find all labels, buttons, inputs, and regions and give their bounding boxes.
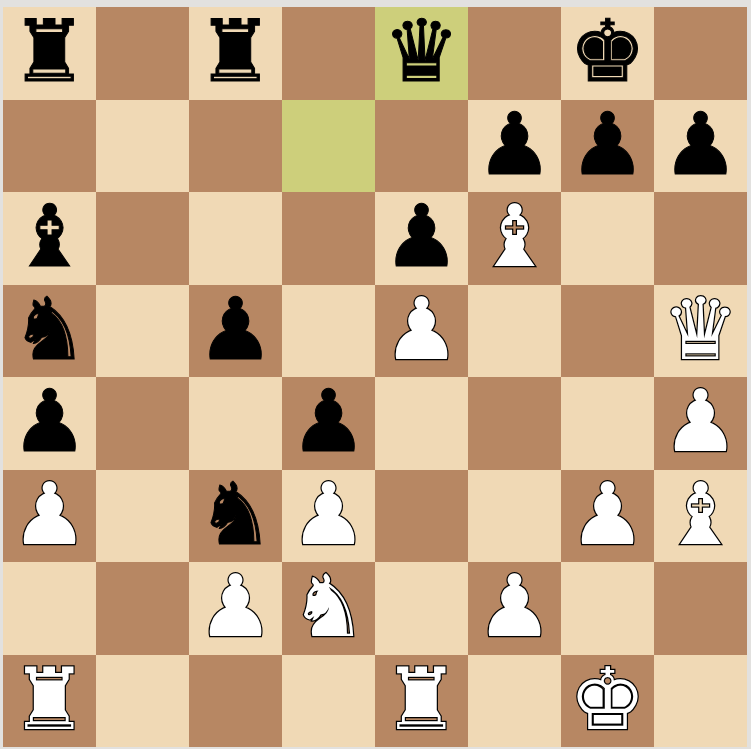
square-d6[interactable] [282, 192, 375, 285]
square-g3[interactable]: ♟ [561, 470, 654, 563]
square-b4[interactable] [96, 377, 189, 470]
square-g4[interactable] [561, 377, 654, 470]
square-g6[interactable] [561, 192, 654, 285]
square-b2[interactable] [96, 562, 189, 655]
black-pawn[interactable]: ♟ [662, 101, 739, 187]
white-rook[interactable]: ♜ [383, 656, 460, 742]
square-f2[interactable]: ♟ [468, 562, 561, 655]
white-pawn[interactable]: ♟ [662, 378, 739, 464]
square-g2[interactable] [561, 562, 654, 655]
square-b3[interactable] [96, 470, 189, 563]
square-g5[interactable] [561, 285, 654, 378]
square-h5[interactable]: ♛ [654, 285, 747, 378]
white-pawn[interactable]: ♟ [290, 471, 367, 557]
square-c4[interactable] [189, 377, 282, 470]
square-c8[interactable]: ♜ [189, 7, 282, 100]
black-bishop[interactable]: ♝ [11, 193, 88, 279]
black-queen[interactable]: ♛ [383, 8, 460, 94]
square-h6[interactable] [654, 192, 747, 285]
square-h2[interactable] [654, 562, 747, 655]
black-pawn[interactable]: ♟ [290, 378, 367, 464]
square-d1[interactable] [282, 655, 375, 748]
square-d2[interactable]: ♞ [282, 562, 375, 655]
square-g8[interactable]: ♚ [561, 7, 654, 100]
white-knight[interactable]: ♞ [290, 563, 367, 649]
black-knight[interactable]: ♞ [197, 471, 274, 557]
white-pawn[interactable]: ♟ [476, 563, 553, 649]
square-d5[interactable] [282, 285, 375, 378]
square-h7[interactable]: ♟ [654, 100, 747, 193]
white-pawn[interactable]: ♟ [197, 563, 274, 649]
black-rook[interactable]: ♜ [197, 8, 274, 94]
white-pawn[interactable]: ♟ [383, 286, 460, 372]
square-g1[interactable]: ♚ [561, 655, 654, 748]
black-pawn[interactable]: ♟ [197, 286, 274, 372]
square-c5[interactable]: ♟ [189, 285, 282, 378]
square-g7[interactable]: ♟ [561, 100, 654, 193]
square-d4[interactable]: ♟ [282, 377, 375, 470]
black-king[interactable]: ♚ [569, 8, 646, 94]
square-a7[interactable] [3, 100, 96, 193]
square-b6[interactable] [96, 192, 189, 285]
square-f6[interactable]: ♝ [468, 192, 561, 285]
square-e6[interactable]: ♟ [375, 192, 468, 285]
square-a4[interactable]: ♟ [3, 377, 96, 470]
square-c2[interactable]: ♟ [189, 562, 282, 655]
square-e8[interactable]: ♛ [375, 7, 468, 100]
square-a1[interactable]: ♜ [3, 655, 96, 748]
chess-board[interactable]: ♜♜♛♚♟♟♟♝♟♝♞♟♟♛♟♟♟♟♞♟♟♝♟♞♟♜♜♚ [3, 7, 747, 747]
white-bishop[interactable]: ♝ [662, 471, 739, 557]
square-b8[interactable] [96, 7, 189, 100]
square-a5[interactable]: ♞ [3, 285, 96, 378]
square-b1[interactable] [96, 655, 189, 748]
white-bishop[interactable]: ♝ [476, 193, 553, 279]
square-a6[interactable]: ♝ [3, 192, 96, 285]
square-c3[interactable]: ♞ [189, 470, 282, 563]
square-a8[interactable]: ♜ [3, 7, 96, 100]
square-f3[interactable] [468, 470, 561, 563]
square-h8[interactable] [654, 7, 747, 100]
square-d8[interactable] [282, 7, 375, 100]
square-f8[interactable] [468, 7, 561, 100]
square-a2[interactable] [3, 562, 96, 655]
black-pawn[interactable]: ♟ [569, 101, 646, 187]
white-queen[interactable]: ♛ [662, 286, 739, 372]
square-e3[interactable] [375, 470, 468, 563]
black-pawn[interactable]: ♟ [476, 101, 553, 187]
square-h3[interactable]: ♝ [654, 470, 747, 563]
square-e1[interactable]: ♜ [375, 655, 468, 748]
square-d3[interactable]: ♟ [282, 470, 375, 563]
square-e5[interactable]: ♟ [375, 285, 468, 378]
square-b5[interactable] [96, 285, 189, 378]
square-f1[interactable] [468, 655, 561, 748]
square-b7[interactable] [96, 100, 189, 193]
square-a3[interactable]: ♟ [3, 470, 96, 563]
white-pawn[interactable]: ♟ [569, 471, 646, 557]
square-f4[interactable] [468, 377, 561, 470]
black-rook[interactable]: ♜ [11, 8, 88, 94]
square-f5[interactable] [468, 285, 561, 378]
square-c7[interactable] [189, 100, 282, 193]
black-pawn[interactable]: ♟ [383, 193, 460, 279]
square-c1[interactable] [189, 655, 282, 748]
square-e2[interactable] [375, 562, 468, 655]
white-rook[interactable]: ♜ [11, 656, 88, 742]
square-f7[interactable]: ♟ [468, 100, 561, 193]
square-h1[interactable] [654, 655, 747, 748]
white-king[interactable]: ♚ [569, 656, 646, 742]
black-pawn[interactable]: ♟ [11, 378, 88, 464]
square-c6[interactable] [189, 192, 282, 285]
black-knight[interactable]: ♞ [11, 286, 88, 372]
square-e4[interactable] [375, 377, 468, 470]
square-d7[interactable] [282, 100, 375, 193]
white-pawn[interactable]: ♟ [11, 471, 88, 557]
square-e7[interactable] [375, 100, 468, 193]
square-h4[interactable]: ♟ [654, 377, 747, 470]
